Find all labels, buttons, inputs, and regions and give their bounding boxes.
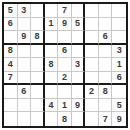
cell-r6c8[interactable] (99, 72, 113, 86)
cell-r8c7[interactable] (85, 99, 99, 113)
cell-r3c8: 6 (99, 31, 113, 45)
cell-r1c9[interactable] (112, 4, 126, 18)
cell-r1c2: 3 (18, 4, 32, 18)
cell-r2c2[interactable] (18, 18, 32, 32)
cell-r8c5: 1 (58, 99, 72, 113)
cell-r6c1: 7 (4, 72, 18, 86)
cell-r3c6[interactable] (72, 31, 86, 45)
cell-r2c6: 5 (72, 18, 86, 32)
cell-r5c4: 8 (45, 58, 59, 72)
cell-r5c5[interactable] (58, 58, 72, 72)
cell-r3c4[interactable] (45, 31, 59, 45)
cell-r2c1: 6 (4, 18, 18, 32)
cell-r3c5[interactable] (58, 31, 72, 45)
cell-r7c4[interactable] (45, 85, 59, 99)
cell-r3c2: 9 (18, 31, 32, 45)
cell-r6c4[interactable] (45, 72, 59, 86)
cell-r5c1: 4 (4, 58, 18, 72)
cell-r1c6[interactable] (72, 4, 86, 18)
cell-r5c6: 3 (72, 58, 86, 72)
cell-r4c5: 6 (58, 45, 72, 59)
cell-r4c3[interactable] (31, 45, 45, 59)
cell-r7c5[interactable] (58, 85, 72, 99)
cell-r8c1[interactable] (4, 99, 18, 113)
cell-r6c3[interactable] (31, 72, 45, 86)
cell-r2c9[interactable] (112, 18, 126, 32)
cell-r9c9: 9 (112, 112, 126, 126)
cell-r8c9: 5 (112, 99, 126, 113)
cell-r9c3[interactable] (31, 112, 45, 126)
cell-r9c2[interactable] (18, 112, 32, 126)
cell-r8c2[interactable] (18, 99, 32, 113)
cell-r9c6[interactable] (72, 112, 86, 126)
sudoku-puzzle: 537619598686348317266284195879 (2, 2, 128, 128)
cell-r1c3[interactable] (31, 4, 45, 18)
cell-r7c7: 2 (85, 85, 99, 99)
cell-r3c9[interactable] (112, 31, 126, 45)
sudoku-board: 537619598686348317266284195879 (2, 2, 128, 128)
cell-r4c1: 8 (4, 45, 18, 59)
cell-r9c1[interactable] (4, 112, 18, 126)
cell-r6c5: 2 (58, 72, 72, 86)
cell-r2c4: 1 (45, 18, 59, 32)
cell-r5c9: 1 (112, 58, 126, 72)
cell-r7c9[interactable] (112, 85, 126, 99)
cell-r1c8[interactable] (99, 4, 113, 18)
cell-r4c2[interactable] (18, 45, 32, 59)
cell-r8c8[interactable] (99, 99, 113, 113)
cell-r5c7[interactable] (85, 58, 99, 72)
cell-r6c2[interactable] (18, 72, 32, 86)
cell-r7c8: 8 (99, 85, 113, 99)
cell-r2c7[interactable] (85, 18, 99, 32)
cell-r7c3[interactable] (31, 85, 45, 99)
cell-r6c7[interactable] (85, 72, 99, 86)
cell-r8c6: 9 (72, 99, 86, 113)
cell-r1c1: 5 (4, 4, 18, 18)
cell-r2c5: 9 (58, 18, 72, 32)
cell-r5c3[interactable] (31, 58, 45, 72)
cell-r4c7[interactable] (85, 45, 99, 59)
cell-r7c6[interactable] (72, 85, 86, 99)
cell-r1c4[interactable] (45, 4, 59, 18)
cell-r6c9: 6 (112, 72, 126, 86)
cell-r9c5: 8 (58, 112, 72, 126)
cell-r3c7[interactable] (85, 31, 99, 45)
cell-r7c2: 6 (18, 85, 32, 99)
cell-r3c3: 8 (31, 31, 45, 45)
cell-r4c9: 3 (112, 45, 126, 59)
cell-r9c7[interactable] (85, 112, 99, 126)
cell-r2c8[interactable] (99, 18, 113, 32)
cell-r7c1[interactable] (4, 85, 18, 99)
cell-r4c4[interactable] (45, 45, 59, 59)
cell-r1c7[interactable] (85, 4, 99, 18)
cell-r6c6[interactable] (72, 72, 86, 86)
cell-r2c3[interactable] (31, 18, 45, 32)
cell-r8c4: 4 (45, 99, 59, 113)
cell-r1c5: 7 (58, 4, 72, 18)
cell-r4c8[interactable] (99, 45, 113, 59)
cell-r9c4[interactable] (45, 112, 59, 126)
cell-r5c8[interactable] (99, 58, 113, 72)
cell-r9c8: 7 (99, 112, 113, 126)
cell-r3c1[interactable] (4, 31, 18, 45)
cell-r5c2[interactable] (18, 58, 32, 72)
cell-r4c6[interactable] (72, 45, 86, 59)
cell-r8c3[interactable] (31, 99, 45, 113)
